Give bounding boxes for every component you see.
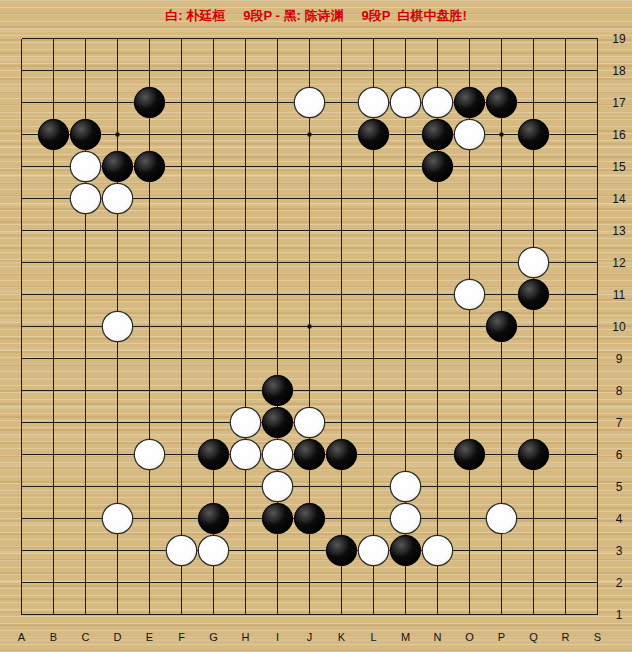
row-label: 19 [612,32,626,46]
black-stone[interactable] [518,439,548,469]
row-label: 13 [612,224,626,238]
column-label: O [465,631,474,643]
column-label: F [178,631,185,643]
row-label: 3 [616,544,623,558]
white-stone[interactable] [390,87,420,117]
row-label: 7 [616,416,623,430]
black-stone[interactable] [358,119,388,149]
row-label: 2 [616,576,623,590]
white-stone[interactable] [454,119,484,149]
column-label: M [401,631,410,643]
black-stone[interactable] [198,439,228,469]
black-stone[interactable] [198,503,228,533]
white-stone[interactable] [70,183,100,213]
black-stone[interactable] [326,535,356,565]
row-label: 15 [612,160,626,174]
star-point [499,132,503,136]
row-label: 8 [616,384,623,398]
row-label: 14 [612,192,626,206]
white-stone[interactable] [422,535,452,565]
white-stone[interactable] [166,535,196,565]
column-label: H [242,631,250,643]
black-stone[interactable] [422,151,452,181]
black-stone[interactable] [134,151,164,181]
black-stone[interactable] [518,119,548,149]
black-stone[interactable] [294,439,324,469]
column-label: I [276,631,279,643]
white-stone[interactable] [70,151,100,181]
white-stone[interactable] [390,471,420,501]
black-stone[interactable] [262,503,292,533]
black-stone[interactable] [38,119,68,149]
white-stone[interactable] [422,87,452,117]
white-stone[interactable] [102,311,132,341]
white-stone[interactable] [262,439,292,469]
black-stone[interactable] [294,503,324,533]
black-stone[interactable] [262,375,292,405]
column-label: S [594,631,601,643]
column-label: L [370,631,376,643]
black-stone[interactable] [486,311,516,341]
white-stone[interactable] [358,535,388,565]
column-label: J [307,631,313,643]
column-label: N [434,631,442,643]
black-stone[interactable] [390,535,420,565]
row-label: 12 [612,256,626,270]
black-stone[interactable] [70,119,100,149]
column-label: D [114,631,122,643]
white-stone[interactable] [102,503,132,533]
star-point [307,324,311,328]
star-point [307,132,311,136]
column-label: K [338,631,346,643]
column-label: B [50,631,57,643]
white-stone[interactable] [390,503,420,533]
row-label: 10 [612,320,626,334]
white-stone[interactable] [230,407,260,437]
column-label: A [18,631,26,643]
star-point [115,132,119,136]
black-stone[interactable] [454,87,484,117]
white-stone[interactable] [294,87,324,117]
column-label: C [82,631,90,643]
white-stone[interactable] [358,87,388,117]
row-label: 5 [616,480,623,494]
go-board[interactable]: ABCDEFGHIJKLMNOPQRS123456789101112131415… [0,0,632,652]
black-stone[interactable] [326,439,356,469]
white-stone[interactable] [230,439,260,469]
black-stone[interactable] [262,407,292,437]
white-stone[interactable] [134,439,164,469]
black-stone[interactable] [422,119,452,149]
row-label: 4 [616,512,623,526]
go-app-window: 白: 朴廷桓 9段P - 黑: 陈诗渊 9段P 白棋中盘胜! ABCDEFGHI… [0,0,632,652]
row-label: 18 [612,64,626,78]
black-stone[interactable] [102,151,132,181]
black-stone[interactable] [454,439,484,469]
black-stone[interactable] [518,279,548,309]
row-label: 16 [612,128,626,142]
black-stone[interactable] [134,87,164,117]
row-label: 11 [613,288,626,302]
white-stone[interactable] [262,471,292,501]
black-stone[interactable] [486,87,516,117]
row-label: 9 [616,352,623,366]
column-label: P [498,631,505,643]
row-label: 1 [616,608,623,622]
white-stone[interactable] [518,247,548,277]
white-stone[interactable] [454,279,484,309]
white-stone[interactable] [486,503,516,533]
white-stone[interactable] [102,183,132,213]
column-label: R [562,631,570,643]
column-label: E [146,631,153,643]
white-stone[interactable] [198,535,228,565]
column-label: Q [529,631,538,643]
column-label: G [209,631,218,643]
white-stone[interactable] [294,407,324,437]
row-label: 6 [616,448,623,462]
row-label: 17 [612,96,626,110]
